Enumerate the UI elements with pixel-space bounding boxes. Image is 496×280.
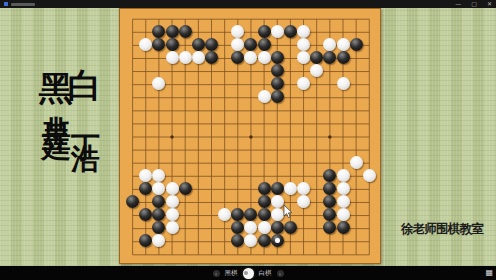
white-stone bbox=[166, 182, 179, 195]
white-stone bbox=[337, 77, 350, 90]
black-stone bbox=[258, 25, 271, 38]
black-stone bbox=[271, 221, 284, 234]
last-move-marker bbox=[275, 238, 280, 243]
black-stone bbox=[192, 38, 205, 51]
black-stone bbox=[337, 221, 350, 234]
black-stone bbox=[205, 38, 218, 51]
app-icon bbox=[4, 2, 8, 6]
black-stone bbox=[284, 221, 297, 234]
black-stone bbox=[271, 64, 284, 77]
black-stone bbox=[205, 51, 218, 64]
toolbar-black-label: 黑棋 bbox=[225, 270, 238, 277]
black-stone bbox=[271, 234, 284, 247]
white-stone bbox=[271, 208, 284, 221]
white-stone bbox=[337, 169, 350, 182]
white-stone bbox=[297, 195, 310, 208]
white-stone bbox=[139, 169, 152, 182]
toolbar-controls: ‹ 黑棋 白棋 › bbox=[0, 266, 496, 280]
white-stone bbox=[166, 195, 179, 208]
white-stone bbox=[166, 51, 179, 64]
black-stone bbox=[284, 25, 297, 38]
minimize-button[interactable]: — bbox=[455, 1, 461, 7]
mouse-cursor-icon bbox=[283, 205, 293, 219]
go-board[interactable] bbox=[119, 8, 381, 264]
black-stone bbox=[179, 182, 192, 195]
white-stone bbox=[350, 156, 363, 169]
black-stone bbox=[350, 38, 363, 51]
black-stone bbox=[166, 25, 179, 38]
white-stone bbox=[297, 51, 310, 64]
main-area: 黑 白 芈昱廷 丁浩 徐老师围棋教室 bbox=[0, 8, 496, 266]
close-button[interactable]: ✕ bbox=[487, 1, 492, 7]
bottom-toolbar: ‹ 黑棋 白棋 › ▦ bbox=[0, 266, 496, 280]
black-stone bbox=[271, 182, 284, 195]
turn-toggle-knob[interactable] bbox=[243, 268, 254, 279]
white-stone bbox=[258, 221, 271, 234]
toolbar-white-label: 白棋 bbox=[259, 270, 272, 277]
prev-move-button[interactable]: ‹ bbox=[213, 270, 220, 277]
white-stone bbox=[297, 25, 310, 38]
black-stone bbox=[258, 182, 271, 195]
white-stone bbox=[297, 38, 310, 51]
next-move-button[interactable]: › bbox=[277, 270, 284, 277]
window-title bbox=[11, 3, 35, 6]
black-stone bbox=[258, 195, 271, 208]
black-stone bbox=[271, 90, 284, 103]
black-stone bbox=[258, 234, 271, 247]
black-stone bbox=[271, 77, 284, 90]
white-stone bbox=[258, 51, 271, 64]
white-stone bbox=[192, 51, 205, 64]
white-stone bbox=[271, 195, 284, 208]
watermark-text: 徐老师围棋教室 bbox=[401, 221, 483, 238]
white-stone bbox=[337, 38, 350, 51]
black-stone bbox=[271, 51, 284, 64]
white-stone bbox=[284, 182, 297, 195]
menu-grid-icon[interactable]: ▦ bbox=[485, 269, 493, 277]
white-stone bbox=[337, 208, 350, 221]
white-stone bbox=[271, 25, 284, 38]
white-stone bbox=[363, 169, 376, 182]
white-player-name: 丁浩 bbox=[71, 112, 100, 128]
black-player-name: 芈昱廷 bbox=[42, 92, 71, 116]
white-stone bbox=[337, 182, 350, 195]
black-stone bbox=[337, 51, 350, 64]
black-stone bbox=[258, 38, 271, 51]
app-window: — ▢ ✕ 黑 白 芈昱廷 丁浩 徐老师围棋教室 ‹ 黑棋 白棋 › ▦ bbox=[0, 0, 496, 280]
white-stone bbox=[297, 182, 310, 195]
black-stone bbox=[258, 208, 271, 221]
white-stone bbox=[231, 25, 244, 38]
black-stone bbox=[166, 38, 179, 51]
white-stone bbox=[166, 221, 179, 234]
white-stone bbox=[179, 51, 192, 64]
maximize-button[interactable]: ▢ bbox=[471, 1, 477, 7]
white-stone bbox=[337, 195, 350, 208]
black-stone bbox=[179, 25, 192, 38]
window-controls: — ▢ ✕ bbox=[455, 0, 492, 8]
white-stone bbox=[258, 90, 271, 103]
white-stone bbox=[166, 208, 179, 221]
title-bar: — ▢ ✕ bbox=[0, 0, 496, 8]
black-stone bbox=[126, 195, 139, 208]
